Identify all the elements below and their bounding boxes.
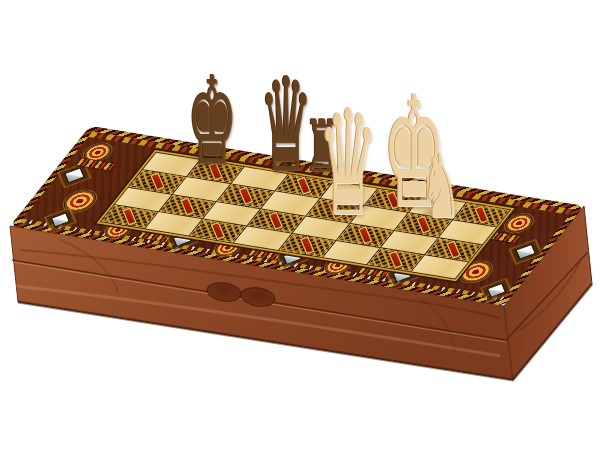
- mother-of-pearl-diamond-ornament: [515, 244, 536, 260]
- rosette-ornament: [502, 213, 537, 233]
- mosaic-bar-ornament: [76, 158, 115, 170]
- queen-glyph: ♛: [318, 90, 378, 236]
- light-queen-piece[interactable]: ♛: [318, 90, 378, 236]
- mosaic-bar-ornament: [490, 232, 521, 243]
- rosette-ornament: [59, 189, 100, 213]
- light-knight-piece[interactable]: ♞: [421, 143, 460, 231]
- dark-king-piece[interactable]: ♚: [187, 60, 237, 182]
- chess-box-photo: ♚ ♛ ♜ ♚ ♛ ♞: [0, 0, 600, 450]
- king-glyph: ♚: [187, 60, 237, 182]
- knight-glyph: ♞: [421, 143, 460, 231]
- mother-of-pearl-diamond-ornament: [64, 167, 85, 183]
